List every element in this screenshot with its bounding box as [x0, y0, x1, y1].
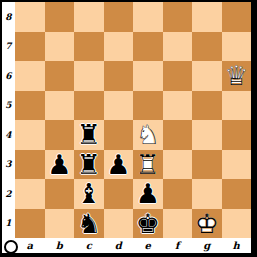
- square-b2: [45, 179, 75, 209]
- piece-white-queen-h6: ♛♕: [222, 61, 252, 91]
- square-d1: [104, 209, 134, 239]
- chess-board: ♛♕♜♞♘♟♜♟♜♖♝♟♞♚♚♔: [15, 2, 251, 238]
- square-d5: [104, 91, 134, 121]
- rank-label-4: 4: [2, 120, 15, 150]
- square-a7: [15, 32, 45, 62]
- file-label-f: f: [163, 238, 193, 253]
- square-a3: [15, 150, 45, 180]
- square-f3: [163, 150, 193, 180]
- square-g7: [192, 32, 222, 62]
- square-a2: [15, 179, 45, 209]
- square-g6: [192, 61, 222, 91]
- square-h4: [222, 120, 252, 150]
- piece-black-pawn-e2: ♟: [133, 179, 163, 209]
- square-h7: [222, 32, 252, 62]
- square-e8: [133, 2, 163, 32]
- square-c4: ♜: [74, 120, 104, 150]
- piece-black-king-e1: ♚: [133, 209, 163, 239]
- square-h2: [222, 179, 252, 209]
- piece-black-rook-c4: ♜: [74, 120, 104, 150]
- square-h1: [222, 209, 252, 239]
- square-f1: [163, 209, 193, 239]
- piece-white-king-g1: ♚♔: [192, 209, 222, 239]
- square-a5: [15, 91, 45, 121]
- square-b4: [45, 120, 75, 150]
- square-h5: [222, 91, 252, 121]
- square-h8: [222, 2, 252, 32]
- square-c3: ♜: [74, 150, 104, 180]
- rank-labels: 87654321: [2, 2, 15, 238]
- square-e7: [133, 32, 163, 62]
- piece-black-pawn-b3: ♟: [45, 150, 75, 180]
- square-c6: [74, 61, 104, 91]
- square-f4: [163, 120, 193, 150]
- rank-label-2: 2: [2, 179, 15, 209]
- piece-black-pawn-d3: ♟: [104, 150, 134, 180]
- file-label-a: a: [15, 238, 45, 253]
- square-e4: ♞♘: [133, 120, 163, 150]
- square-f8: [163, 2, 193, 32]
- square-a4: [15, 120, 45, 150]
- square-a6: [15, 61, 45, 91]
- file-label-g: g: [192, 238, 222, 253]
- square-c1: ♞: [74, 209, 104, 239]
- square-c5: [74, 91, 104, 121]
- square-b7: [45, 32, 75, 62]
- white-to-move-indicator: [4, 240, 18, 254]
- rank-label-7: 7: [2, 32, 15, 62]
- piece-white-rook-e3: ♜♖: [133, 150, 163, 180]
- square-g5: [192, 91, 222, 121]
- square-g3: [192, 150, 222, 180]
- square-d7: [104, 32, 134, 62]
- rank-label-5: 5: [2, 91, 15, 121]
- square-a1: [15, 209, 45, 239]
- square-d6: [104, 61, 134, 91]
- square-b1: [45, 209, 75, 239]
- square-b6: [45, 61, 75, 91]
- piece-black-knight-c1: ♞: [74, 209, 104, 239]
- square-e5: [133, 91, 163, 121]
- square-g8: [192, 2, 222, 32]
- square-f2: [163, 179, 193, 209]
- file-label-d: d: [104, 238, 134, 253]
- file-labels: abcdefgh: [15, 238, 251, 253]
- piece-black-rook-c3: ♜: [74, 150, 104, 180]
- square-e6: [133, 61, 163, 91]
- file-label-h: h: [222, 238, 252, 253]
- square-e3: ♜♖: [133, 150, 163, 180]
- piece-white-knight-e4: ♞♘: [133, 120, 163, 150]
- square-d3: ♟: [104, 150, 134, 180]
- chess-diagram: 87654321 ♛♕♜♞♘♟♜♟♜♖♝♟♞♚♚♔ abcdefgh: [0, 0, 257, 257]
- square-e1: ♚: [133, 209, 163, 239]
- square-e2: ♟: [133, 179, 163, 209]
- diagram-inner: 87654321 ♛♕♜♞♘♟♜♟♜♖♝♟♞♚♚♔ abcdefgh: [2, 2, 251, 253]
- rank-label-8: 8: [2, 2, 15, 32]
- square-a8: [15, 2, 45, 32]
- square-b8: [45, 2, 75, 32]
- square-f7: [163, 32, 193, 62]
- file-label-e: e: [133, 238, 163, 253]
- square-h3: [222, 150, 252, 180]
- square-f5: [163, 91, 193, 121]
- square-d8: [104, 2, 134, 32]
- square-c2: ♝: [74, 179, 104, 209]
- square-d2: [104, 179, 134, 209]
- square-h6: ♛♕: [222, 61, 252, 91]
- file-label-b: b: [45, 238, 75, 253]
- square-c7: [74, 32, 104, 62]
- square-g1: ♚♔: [192, 209, 222, 239]
- square-g4: [192, 120, 222, 150]
- rank-label-3: 3: [2, 150, 15, 180]
- rank-label-1: 1: [2, 209, 15, 239]
- rank-label-6: 6: [2, 61, 15, 91]
- square-f6: [163, 61, 193, 91]
- square-c8: [74, 2, 104, 32]
- square-b3: ♟: [45, 150, 75, 180]
- file-label-c: c: [74, 238, 104, 253]
- square-g2: [192, 179, 222, 209]
- square-d4: [104, 120, 134, 150]
- square-b5: [45, 91, 75, 121]
- piece-black-bishop-c2: ♝: [74, 179, 104, 209]
